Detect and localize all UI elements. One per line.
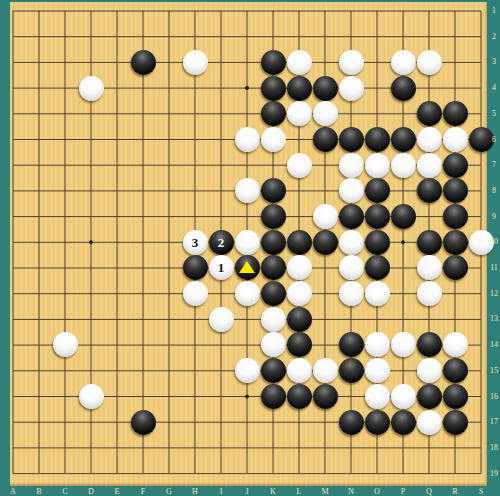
row-label-15: 15: [488, 366, 500, 376]
black-stone-R7: [443, 153, 468, 178]
intersection-O14[interactable]: [364, 332, 390, 358]
intersection-J15[interactable]: [234, 358, 260, 384]
white-stone-J6: [235, 127, 260, 152]
intersection-F3[interactable]: [130, 50, 156, 76]
black-stone-M6: [313, 127, 338, 152]
intersection-R9[interactable]: [442, 204, 468, 230]
black-stone-L14: [287, 332, 312, 357]
column-label-A: A: [3, 487, 23, 496]
intersection-N11[interactable]: [338, 255, 364, 281]
intersection-L13[interactable]: [286, 306, 312, 332]
column-label-G: G: [159, 487, 179, 496]
column-label-I: I: [211, 487, 231, 496]
intersection-L12[interactable]: [286, 281, 312, 307]
intersection-J8[interactable]: [234, 178, 260, 204]
row-label-10: 10: [488, 237, 500, 247]
intersection-N12[interactable]: [338, 281, 364, 307]
black-stone-Q10: [417, 230, 442, 255]
white-stone-Q3: [417, 50, 442, 75]
column-label-N: N: [341, 487, 361, 496]
white-stone-K14: [261, 332, 286, 357]
white-stone-L5: [287, 101, 312, 126]
white-stone-R6: [443, 127, 468, 152]
stones-layer[interactable]: 321: [0, 0, 494, 486]
row-label-6: 6: [488, 135, 500, 145]
black-stone-K8: [261, 178, 286, 203]
intersection-D4[interactable]: [78, 75, 104, 101]
black-stone-M4: [313, 76, 338, 101]
white-stone-N8: [339, 178, 364, 203]
column-label-P: P: [393, 487, 413, 496]
intersection-K11[interactable]: [260, 255, 286, 281]
intersection-O12[interactable]: [364, 281, 390, 307]
black-stone-O10: [365, 230, 390, 255]
row-label-13: 13: [488, 314, 500, 324]
intersection-O11[interactable]: [364, 255, 390, 281]
move-number-label-I10: 2: [218, 236, 225, 249]
intersection-O8[interactable]: [364, 178, 390, 204]
black-stone-O9: [365, 204, 390, 229]
black-stone-O11: [365, 255, 390, 280]
intersection-N6[interactable]: [338, 127, 364, 153]
intersection-J12[interactable]: [234, 281, 260, 307]
intersection-P17[interactable]: [390, 409, 416, 435]
intersection-O10[interactable]: [364, 229, 390, 255]
column-label-H: H: [185, 487, 205, 496]
row-label-17: 17: [488, 417, 500, 427]
black-stone-L4: [287, 76, 312, 101]
black-stone-K12: [261, 281, 286, 306]
intersection-O9[interactable]: [364, 204, 390, 230]
intersection-I13[interactable]: [208, 306, 234, 332]
intersection-K12[interactable]: [260, 281, 286, 307]
black-stone-F17: [131, 410, 156, 435]
intersection-M5[interactable]: [312, 101, 338, 127]
intersection-K6[interactable]: [260, 127, 286, 153]
intersection-P9[interactable]: [390, 204, 416, 230]
white-stone-O12: [365, 281, 390, 306]
triangle-marker-icon: [239, 261, 255, 273]
black-stone-P9: [391, 204, 416, 229]
intersection-O6[interactable]: [364, 127, 390, 153]
intersection-K3[interactable]: [260, 50, 286, 76]
column-label-C: C: [55, 487, 75, 496]
go-app-window: 321 ABCDEFGHIJKLMNOPQRS12345678910111213…: [0, 0, 500, 496]
intersection-J11[interactable]: [234, 255, 260, 281]
intersection-P4[interactable]: [390, 75, 416, 101]
white-stone-L12: [287, 281, 312, 306]
white-stone-L3: [287, 50, 312, 75]
intersection-Q14[interactable]: [416, 332, 442, 358]
black-stone-H11: [183, 255, 208, 280]
intersection-N9[interactable]: [338, 204, 364, 230]
intersection-R6[interactable]: [442, 127, 468, 153]
intersection-L7[interactable]: [286, 152, 312, 178]
black-stone-Q16: [417, 384, 442, 409]
intersection-L16[interactable]: [286, 383, 312, 409]
white-stone-H3: [183, 50, 208, 75]
intersection-M15[interactable]: [312, 358, 338, 384]
black-stone-Q14: [417, 332, 442, 357]
intersection-L11[interactable]: [286, 255, 312, 281]
intersection-P6[interactable]: [390, 127, 416, 153]
black-stone-K5: [261, 101, 286, 126]
column-label-O: O: [367, 487, 387, 496]
black-stone-R5: [443, 101, 468, 126]
intersection-L10[interactable]: [286, 229, 312, 255]
white-stone-Q11: [417, 255, 442, 280]
black-stone-L13: [287, 307, 312, 332]
white-stone-C14: [53, 332, 78, 357]
intersection-Q16[interactable]: [416, 383, 442, 409]
column-label-D: D: [81, 487, 101, 496]
column-label-B: B: [29, 487, 49, 496]
white-stone-N10: [339, 230, 364, 255]
intersection-Q15[interactable]: [416, 358, 442, 384]
intersection-N7[interactable]: [338, 152, 364, 178]
intersection-L4[interactable]: [286, 75, 312, 101]
intersection-R14[interactable]: [442, 332, 468, 358]
intersection-K14[interactable]: [260, 332, 286, 358]
intersection-Q3[interactable]: [416, 50, 442, 76]
black-stone-N17: [339, 410, 364, 435]
intersection-K10[interactable]: [260, 229, 286, 255]
row-label-7: 7: [488, 160, 500, 170]
intersection-N8[interactable]: [338, 178, 364, 204]
white-stone-I13: [209, 307, 234, 332]
white-stone-J12: [235, 281, 260, 306]
column-label-L: L: [289, 487, 309, 496]
intersection-P7[interactable]: [390, 152, 416, 178]
white-stone-N11: [339, 255, 364, 280]
intersection-N10[interactable]: [338, 229, 364, 255]
row-label-12: 12: [488, 289, 500, 299]
intersection-K5[interactable]: [260, 101, 286, 127]
white-stone-M9: [313, 204, 338, 229]
row-label-8: 8: [488, 186, 500, 196]
black-stone-R11: [443, 255, 468, 280]
intersection-Q7[interactable]: [416, 152, 442, 178]
column-label-K: K: [263, 487, 283, 496]
intersection-H10[interactable]: 3: [182, 229, 208, 255]
black-stone-M10: [313, 230, 338, 255]
intersection-R17[interactable]: [442, 409, 468, 435]
intersection-O7[interactable]: [364, 152, 390, 178]
white-stone-Q6: [417, 127, 442, 152]
intersection-Q12[interactable]: [416, 281, 442, 307]
intersection-J10[interactable]: [234, 229, 260, 255]
intersection-H11[interactable]: [182, 255, 208, 281]
intersection-J6[interactable]: [234, 127, 260, 153]
black-stone-P6: [391, 127, 416, 152]
intersection-M10[interactable]: [312, 229, 338, 255]
row-label-1: 1: [488, 6, 500, 16]
row-label-14: 14: [488, 340, 500, 350]
black-stone-K10: [261, 230, 286, 255]
white-stone-Q15: [417, 358, 442, 383]
intersection-N17[interactable]: [338, 409, 364, 435]
intersection-R5[interactable]: [442, 101, 468, 127]
black-stone-K3: [261, 50, 286, 75]
white-stone-O15: [365, 358, 390, 383]
white-stone-O7: [365, 153, 390, 178]
black-stone-L16: [287, 384, 312, 409]
intersection-N4[interactable]: [338, 75, 364, 101]
intersection-M9[interactable]: [312, 204, 338, 230]
white-stone-I11: 1: [209, 255, 234, 280]
intersection-R8[interactable]: [442, 178, 468, 204]
white-stone-J8: [235, 178, 260, 203]
column-label-F: F: [133, 487, 153, 496]
black-stone-O6: [365, 127, 390, 152]
black-stone-N15: [339, 358, 364, 383]
intersection-Q8[interactable]: [416, 178, 442, 204]
black-stone-K9: [261, 204, 286, 229]
column-label-E: E: [107, 487, 127, 496]
black-stone-Q8: [417, 178, 442, 203]
black-stone-P4: [391, 76, 416, 101]
intersection-N3[interactable]: [338, 50, 364, 76]
white-stone-N3: [339, 50, 364, 75]
intersection-R15[interactable]: [442, 358, 468, 384]
intersection-Q5[interactable]: [416, 101, 442, 127]
black-stone-R16: [443, 384, 468, 409]
black-stone-I10: 2: [209, 230, 234, 255]
column-label-Q: Q: [419, 487, 439, 496]
intersection-Q11[interactable]: [416, 255, 442, 281]
intersection-K9[interactable]: [260, 204, 286, 230]
intersection-K16[interactable]: [260, 383, 286, 409]
black-stone-R8: [443, 178, 468, 203]
white-stone-P16: [391, 384, 416, 409]
row-label-3: 3: [488, 57, 500, 67]
white-stone-M5: [313, 101, 338, 126]
intersection-O16[interactable]: [364, 383, 390, 409]
black-stone-K15: [261, 358, 286, 383]
black-stone-O17: [365, 410, 390, 435]
white-stone-L7: [287, 153, 312, 178]
white-stone-O16: [365, 384, 390, 409]
intersection-P16[interactable]: [390, 383, 416, 409]
intersection-R7[interactable]: [442, 152, 468, 178]
white-stone-Q7: [417, 153, 442, 178]
black-stone-M16: [313, 384, 338, 409]
intersection-H3[interactable]: [182, 50, 208, 76]
black-stone-R10: [443, 230, 468, 255]
white-stone-N7: [339, 153, 364, 178]
intersection-Q10[interactable]: [416, 229, 442, 255]
row-label-2: 2: [488, 32, 500, 42]
white-stone-P3: [391, 50, 416, 75]
intersection-N15[interactable]: [338, 358, 364, 384]
black-stone-K4: [261, 76, 286, 101]
white-stone-Q12: [417, 281, 442, 306]
white-stone-K6: [261, 127, 286, 152]
column-label-R: R: [445, 487, 465, 496]
intersection-L14[interactable]: [286, 332, 312, 358]
intersection-L15[interactable]: [286, 358, 312, 384]
intersection-H12[interactable]: [182, 281, 208, 307]
intersection-C14[interactable]: [52, 332, 78, 358]
row-label-19: 19: [488, 469, 500, 479]
row-label-9: 9: [488, 212, 500, 222]
white-stone-R14: [443, 332, 468, 357]
move-number-label-H10: 3: [192, 236, 199, 249]
intersection-D16[interactable]: [78, 383, 104, 409]
white-stone-L11: [287, 255, 312, 280]
black-stone-P17: [391, 410, 416, 435]
row-label-5: 5: [488, 109, 500, 119]
white-stone-H10: 3: [183, 230, 208, 255]
black-stone-R9: [443, 204, 468, 229]
intersection-F17[interactable]: [130, 409, 156, 435]
row-label-16: 16: [488, 392, 500, 402]
intersection-I11[interactable]: 1: [208, 255, 234, 281]
black-stone-L10: [287, 230, 312, 255]
black-stone-K11: [261, 255, 286, 280]
intersection-Q17[interactable]: [416, 409, 442, 435]
row-label-4: 4: [488, 83, 500, 93]
white-stone-J15: [235, 358, 260, 383]
intersection-M4[interactable]: [312, 75, 338, 101]
row-label-11: 11: [488, 263, 500, 273]
white-stone-Q17: [417, 410, 442, 435]
intersection-R11[interactable]: [442, 255, 468, 281]
intersection-P14[interactable]: [390, 332, 416, 358]
white-stone-P14: [391, 332, 416, 357]
intersection-M6[interactable]: [312, 127, 338, 153]
white-stone-D16: [79, 384, 104, 409]
black-stone-R17: [443, 410, 468, 435]
column-label-J: J: [237, 487, 257, 496]
white-stone-M15: [313, 358, 338, 383]
black-stone-F3: [131, 50, 156, 75]
intersection-P3[interactable]: [390, 50, 416, 76]
intersection-N14[interactable]: [338, 332, 364, 358]
black-stone-R15: [443, 358, 468, 383]
intersection-K8[interactable]: [260, 178, 286, 204]
intersection-L3[interactable]: [286, 50, 312, 76]
black-stone-O8: [365, 178, 390, 203]
white-stone-O14: [365, 332, 390, 357]
white-stone-N12: [339, 281, 364, 306]
intersection-R16[interactable]: [442, 383, 468, 409]
white-stone-D4: [79, 76, 104, 101]
black-stone-N6: [339, 127, 364, 152]
white-stone-K13: [261, 307, 286, 332]
column-label-S: S: [471, 487, 491, 496]
black-stone-Q5: [417, 101, 442, 126]
intersection-R10[interactable]: [442, 229, 468, 255]
black-stone-K16: [261, 384, 286, 409]
white-stone-L15: [287, 358, 312, 383]
intersection-O17[interactable]: [364, 409, 390, 435]
intersection-K15[interactable]: [260, 358, 286, 384]
intersection-L5[interactable]: [286, 101, 312, 127]
white-stone-J10: [235, 230, 260, 255]
intersection-K13[interactable]: [260, 306, 286, 332]
intersection-O15[interactable]: [364, 358, 390, 384]
white-stone-N4: [339, 76, 364, 101]
black-stone-N9: [339, 204, 364, 229]
column-label-M: M: [315, 487, 335, 496]
move-number-label-I11: 1: [218, 261, 225, 274]
intersection-K4[interactable]: [260, 75, 286, 101]
intersection-I10[interactable]: 2: [208, 229, 234, 255]
row-label-18: 18: [488, 443, 500, 453]
intersection-Q6[interactable]: [416, 127, 442, 153]
white-stone-P7: [391, 153, 416, 178]
black-stone-J11: [235, 255, 260, 280]
white-stone-H12: [183, 281, 208, 306]
intersection-M16[interactable]: [312, 383, 338, 409]
black-stone-N14: [339, 332, 364, 357]
